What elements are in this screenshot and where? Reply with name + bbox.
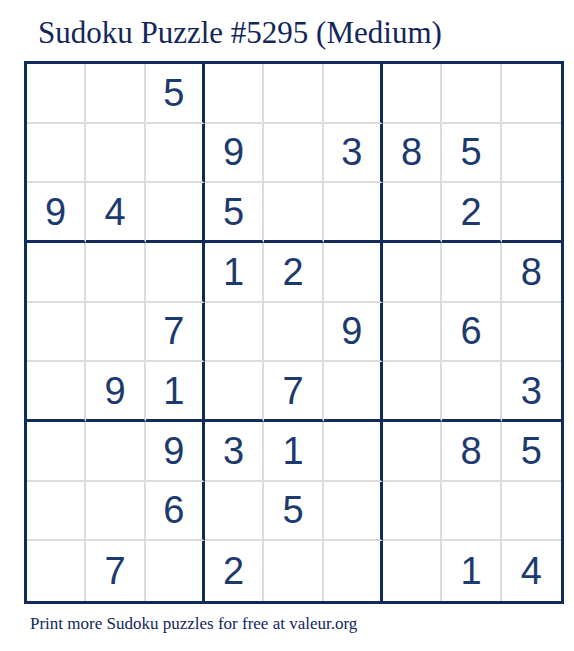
sudoku-cell-r7c5: 1 xyxy=(264,422,323,482)
sudoku-cell-r1c2 xyxy=(86,64,145,124)
sudoku-cell-r1c1 xyxy=(27,64,86,124)
sudoku-cell-r2c3 xyxy=(146,124,205,184)
sudoku-cell-r6c6 xyxy=(324,362,383,422)
sudoku-cell-r5c5 xyxy=(264,303,323,363)
sudoku-cell-r4c4: 1 xyxy=(205,243,264,303)
sudoku-cell-r3c4: 5 xyxy=(205,183,264,243)
sudoku-board: 593859452128796917393185657214 xyxy=(24,61,564,604)
sudoku-cell-r9c7 xyxy=(383,541,442,601)
sudoku-cell-r7c6 xyxy=(324,422,383,482)
sudoku-cell-r5c2 xyxy=(86,303,145,363)
sudoku-cell-r2c4: 9 xyxy=(205,124,264,184)
sudoku-cell-r4c9: 8 xyxy=(502,243,561,303)
sudoku-cell-r9c1 xyxy=(27,541,86,601)
sudoku-cell-r2c5 xyxy=(264,124,323,184)
sudoku-cell-r8c3: 6 xyxy=(146,482,205,542)
sudoku-cell-r1c6 xyxy=(324,64,383,124)
sudoku-cell-r5c4 xyxy=(205,303,264,363)
sudoku-cell-r9c5 xyxy=(264,541,323,601)
sudoku-cell-r9c4: 2 xyxy=(205,541,264,601)
sudoku-cell-r3c1: 9 xyxy=(27,183,86,243)
sudoku-cell-r1c4 xyxy=(205,64,264,124)
sudoku-cell-r3c2: 4 xyxy=(86,183,145,243)
sudoku-cell-r7c9: 5 xyxy=(502,422,561,482)
sudoku-cell-r8c5: 5 xyxy=(264,482,323,542)
sudoku-cell-r9c9: 4 xyxy=(502,541,561,601)
sudoku-cell-r9c8: 1 xyxy=(442,541,501,601)
sudoku-cell-r3c8: 2 xyxy=(442,183,501,243)
sudoku-cell-r5c1 xyxy=(27,303,86,363)
sudoku-cell-r3c6 xyxy=(324,183,383,243)
sudoku-cell-r8c8 xyxy=(442,482,501,542)
sudoku-cell-r6c7 xyxy=(383,362,442,422)
sudoku-cell-r1c9 xyxy=(502,64,561,124)
sudoku-cell-r5c3: 7 xyxy=(146,303,205,363)
sudoku-cell-r7c4: 3 xyxy=(205,422,264,482)
sudoku-cell-r6c4 xyxy=(205,362,264,422)
sudoku-cell-r7c8: 8 xyxy=(442,422,501,482)
sudoku-cell-r9c3 xyxy=(146,541,205,601)
sudoku-cell-r9c2: 7 xyxy=(86,541,145,601)
sudoku-cell-r9c6 xyxy=(324,541,383,601)
sudoku-cell-r3c5 xyxy=(264,183,323,243)
sudoku-cell-r4c3 xyxy=(146,243,205,303)
sudoku-cell-r8c2 xyxy=(86,482,145,542)
footer-text: Print more Sudoku puzzles for free at va… xyxy=(30,614,357,634)
sudoku-cell-r6c1 xyxy=(27,362,86,422)
sudoku-cell-r5c6: 9 xyxy=(324,303,383,363)
sudoku-cell-r7c3: 9 xyxy=(146,422,205,482)
sudoku-cell-r3c7 xyxy=(383,183,442,243)
sudoku-cell-r7c1 xyxy=(27,422,86,482)
sudoku-cell-r4c7 xyxy=(383,243,442,303)
sudoku-cell-r6c9: 3 xyxy=(502,362,561,422)
sudoku-cell-r3c3 xyxy=(146,183,205,243)
sudoku-cell-r6c2: 9 xyxy=(86,362,145,422)
sudoku-cell-r8c1 xyxy=(27,482,86,542)
sudoku-cell-r5c7 xyxy=(383,303,442,363)
sudoku-cell-r2c9 xyxy=(502,124,561,184)
sudoku-cell-r7c2 xyxy=(86,422,145,482)
sudoku-cell-r6c3: 1 xyxy=(146,362,205,422)
sudoku-cell-r1c8 xyxy=(442,64,501,124)
sudoku-cell-r2c1 xyxy=(27,124,86,184)
sudoku-cell-r1c7 xyxy=(383,64,442,124)
sudoku-cell-r4c2 xyxy=(86,243,145,303)
sudoku-cell-r2c2 xyxy=(86,124,145,184)
sudoku-cell-r4c6 xyxy=(324,243,383,303)
sudoku-cell-r5c9 xyxy=(502,303,561,363)
sudoku-cell-r4c8 xyxy=(442,243,501,303)
sudoku-cell-r7c7 xyxy=(383,422,442,482)
sudoku-cell-r3c9 xyxy=(502,183,561,243)
sudoku-cell-r2c7: 8 xyxy=(383,124,442,184)
sudoku-cell-r2c6: 3 xyxy=(324,124,383,184)
sudoku-cell-r4c1 xyxy=(27,243,86,303)
sudoku-cell-r4c5: 2 xyxy=(264,243,323,303)
sudoku-cell-r1c5 xyxy=(264,64,323,124)
sudoku-cell-r5c8: 6 xyxy=(442,303,501,363)
sudoku-cell-r8c4 xyxy=(205,482,264,542)
sudoku-cell-r8c6 xyxy=(324,482,383,542)
page-title: Sudoku Puzzle #5295 (Medium) xyxy=(38,15,442,51)
sudoku-cell-r8c9 xyxy=(502,482,561,542)
sudoku-cell-r2c8: 5 xyxy=(442,124,501,184)
sudoku-cell-r6c8 xyxy=(442,362,501,422)
sudoku-cell-r8c7 xyxy=(383,482,442,542)
sudoku-cell-r6c5: 7 xyxy=(264,362,323,422)
sudoku-cell-r1c3: 5 xyxy=(146,64,205,124)
